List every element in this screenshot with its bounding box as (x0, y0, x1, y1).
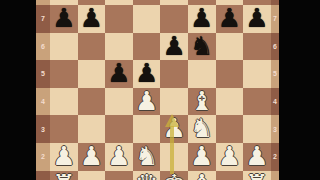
square-e7[interactable] (160, 5, 188, 33)
rank-label-cell-3: 3 (271, 115, 279, 143)
piece-black-bishop-c8[interactable]: ♝ (107, 0, 130, 5)
piece-black-pawn-a7[interactable]: ♟ (52, 5, 75, 33)
square-b6[interactable] (78, 33, 106, 61)
square-e2[interactable] (160, 143, 188, 171)
square-f5[interactable] (188, 60, 216, 88)
rank-label-cell-6: 6 (36, 33, 50, 61)
chess-board[interactable]: ♜♞♝♛♚♝♜♟♟♟♟♟♟♞♟♟♟♝♟♞♟♟♟♞♟♟♟♜♛♚♝♜ (50, 0, 271, 180)
rank-label-4: 4 (273, 98, 277, 105)
square-e1[interactable]: ♚ (160, 171, 188, 180)
rank-label-3: 3 (273, 126, 277, 133)
square-b3[interactable] (78, 115, 106, 143)
square-d6[interactable] (133, 33, 161, 61)
square-f3[interactable]: ♞ (188, 115, 216, 143)
square-f6[interactable]: ♞ (188, 33, 216, 61)
square-d5[interactable]: ♟ (133, 60, 161, 88)
piece-black-pawn-d5[interactable]: ♟ (135, 60, 158, 88)
square-g7[interactable]: ♟ (216, 5, 244, 33)
piece-black-knight-f6[interactable]: ♞ (190, 32, 213, 60)
rank-label-4: 4 (41, 98, 45, 105)
square-b2[interactable]: ♟ (78, 143, 106, 171)
piece-white-pawn-b2[interactable]: ♟ (80, 142, 103, 170)
piece-white-pawn-d4[interactable]: ♟ (135, 87, 158, 115)
piece-white-king-e1[interactable]: ♚ (163, 170, 186, 180)
square-e6[interactable]: ♟ (160, 33, 188, 61)
rank-label-cell-7: 7 (36, 5, 50, 33)
square-a6[interactable] (50, 33, 78, 61)
piece-black-pawn-g7[interactable]: ♟ (218, 5, 241, 33)
rank-label-cell-4: 4 (36, 88, 50, 116)
piece-black-pawn-f7[interactable]: ♟ (190, 5, 213, 33)
rank-labels-left: 765432 (36, 0, 50, 180)
square-g5[interactable] (216, 60, 244, 88)
square-g2[interactable]: ♟ (216, 143, 244, 171)
square-g6[interactable] (216, 33, 244, 61)
square-b1[interactable] (78, 171, 106, 180)
rank-label-cell-3: 3 (36, 115, 50, 143)
square-c3[interactable] (105, 115, 133, 143)
rank-label-2: 2 (273, 153, 277, 160)
square-b5[interactable] (78, 60, 106, 88)
piece-white-bishop-f4[interactable]: ♝ (190, 87, 213, 115)
piece-black-pawn-e6[interactable]: ♟ (163, 32, 186, 60)
rank-label-cell-7: 7 (271, 5, 279, 33)
square-c5[interactable]: ♟ (105, 60, 133, 88)
piece-white-bishop-f1[interactable]: ♝ (190, 170, 213, 180)
rank-label-2: 2 (41, 153, 45, 160)
square-b4[interactable] (78, 88, 106, 116)
square-c2[interactable]: ♟ (105, 143, 133, 171)
square-f2[interactable]: ♟ (188, 143, 216, 171)
square-f1[interactable]: ♝ (188, 171, 216, 180)
square-b7[interactable]: ♟ (78, 5, 106, 33)
square-h7[interactable]: ♟ (243, 5, 271, 33)
piece-white-pawn-g2[interactable]: ♟ (218, 142, 241, 170)
square-a2[interactable]: ♟ (50, 143, 78, 171)
piece-white-pawn-a2[interactable]: ♟ (52, 142, 75, 170)
rank-label-5: 5 (273, 70, 277, 77)
piece-white-pawn-h2[interactable]: ♟ (245, 142, 268, 170)
rank-labels-right: 765432 (271, 0, 279, 180)
square-f4[interactable]: ♝ (188, 88, 216, 116)
chess-video-frame: 765432 765432 ♜♞♝♛♚♝♜♟♟♟♟♟♟♞♟♟♟♝♟♞♟♟♟♞♟♟… (0, 0, 320, 180)
rank-label-7: 7 (41, 15, 45, 22)
square-h6[interactable] (243, 33, 271, 61)
rank-label-6: 6 (41, 43, 45, 50)
square-c4[interactable] (105, 88, 133, 116)
square-f7[interactable]: ♟ (188, 5, 216, 33)
piece-black-pawn-c5[interactable]: ♟ (107, 60, 130, 88)
rank-label-cell-5: 5 (271, 60, 279, 88)
square-g4[interactable] (216, 88, 244, 116)
piece-black-king-e8[interactable]: ♚ (163, 0, 186, 5)
rank-label-7: 7 (273, 15, 277, 22)
square-d3[interactable] (133, 115, 161, 143)
square-h5[interactable] (243, 60, 271, 88)
square-a4[interactable] (50, 88, 78, 116)
rank-label-cell-2: 2 (36, 143, 50, 171)
piece-white-rook-h1[interactable]: ♜ (245, 170, 268, 180)
piece-white-pawn-e3[interactable]: ♟ (163, 115, 186, 143)
rank-label-cell-1 (271, 171, 279, 180)
square-e3[interactable]: ♟ (160, 115, 188, 143)
square-d7[interactable] (133, 5, 161, 33)
piece-white-knight-d2[interactable]: ♞ (135, 142, 158, 170)
piece-black-queen-d8[interactable]: ♛ (135, 0, 158, 5)
piece-white-pawn-c2[interactable]: ♟ (107, 142, 130, 170)
square-d1[interactable]: ♛ (133, 171, 161, 180)
letterbox-bar-right (279, 0, 320, 180)
piece-black-pawn-b7[interactable]: ♟ (80, 5, 103, 33)
square-h4[interactable] (243, 88, 271, 116)
rank-label-cell-5: 5 (36, 60, 50, 88)
rank-label-cell-1 (36, 171, 50, 180)
square-a1[interactable]: ♜ (50, 171, 78, 180)
square-a3[interactable] (50, 115, 78, 143)
rank-label-5: 5 (41, 70, 45, 77)
square-a7[interactable]: ♟ (50, 5, 78, 33)
square-h2[interactable]: ♟ (243, 143, 271, 171)
rank-label-cell-2: 2 (271, 143, 279, 171)
square-e4[interactable] (160, 88, 188, 116)
square-h1[interactable]: ♜ (243, 171, 271, 180)
square-h3[interactable] (243, 115, 271, 143)
piece-black-pawn-h7[interactable]: ♟ (245, 5, 268, 33)
square-g1[interactable] (216, 171, 244, 180)
rank-label-6: 6 (273, 43, 277, 50)
square-g3[interactable] (216, 115, 244, 143)
square-d4[interactable]: ♟ (133, 88, 161, 116)
square-c7[interactable] (105, 5, 133, 33)
square-d2[interactable]: ♞ (133, 143, 161, 171)
rank-label-3: 3 (41, 126, 45, 133)
piece-white-pawn-f2[interactable]: ♟ (190, 142, 213, 170)
square-c6[interactable] (105, 33, 133, 61)
letterbox-bar-left (0, 0, 36, 180)
rank-label-cell-4: 4 (271, 88, 279, 116)
square-a5[interactable] (50, 60, 78, 88)
piece-white-queen-d1[interactable]: ♛ (135, 170, 158, 180)
square-e5[interactable] (160, 60, 188, 88)
piece-white-rook-a1[interactable]: ♜ (52, 170, 75, 180)
square-c1[interactable] (105, 171, 133, 180)
piece-white-knight-f3[interactable]: ♞ (190, 115, 213, 143)
rank-label-cell-6: 6 (271, 33, 279, 61)
